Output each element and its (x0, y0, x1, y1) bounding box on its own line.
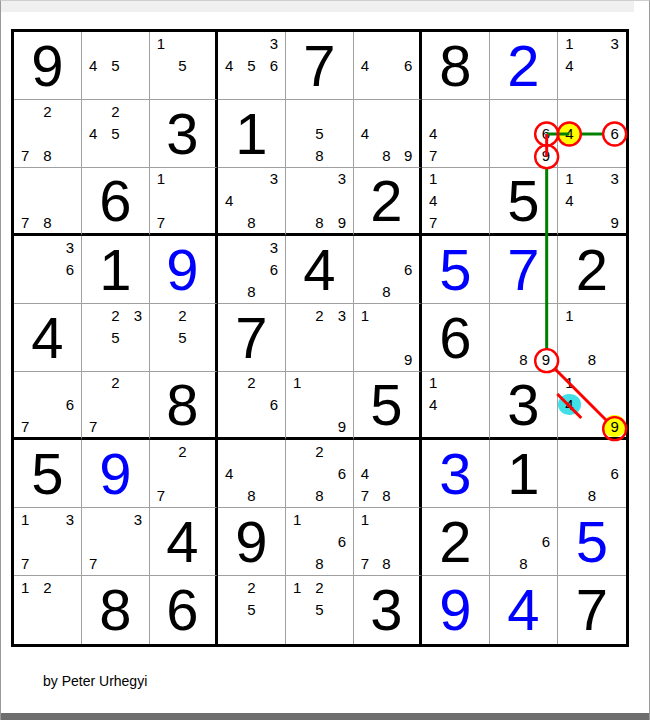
candidate-7: 7 (14, 415, 36, 437)
candidate-8: 8 (240, 281, 262, 303)
candidate-1: 1 (558, 372, 581, 394)
cell-r4c1[interactable]: 36 (14, 236, 82, 304)
candidate-4: 4 (218, 462, 240, 484)
candidate-4: 4 (82, 122, 104, 144)
cell-r8c3[interactable]: 4 (150, 508, 218, 576)
cell-value-given: 5 (370, 376, 402, 434)
candidate-5: 5 (240, 54, 262, 76)
cell-r6c2[interactable]: 27 (82, 372, 150, 440)
candidate-7: 7 (354, 485, 376, 507)
candidate-1: 1 (14, 508, 36, 530)
candidate-2: 2 (104, 304, 126, 326)
candidate-6: 6 (263, 54, 285, 76)
cell-value-solved: 5 (439, 241, 471, 299)
cell-value-given: 6 (166, 581, 198, 639)
cell-r3c3[interactable]: 17 (150, 168, 218, 236)
candidate-2: 2 (36, 100, 58, 122)
cell-r2c8[interactable]: 69 (490, 100, 558, 168)
cell-r1c3[interactable]: 15 (150, 32, 218, 100)
cell-value-given: 8 (99, 581, 131, 639)
cell-r3c2[interactable]: 6 (82, 168, 150, 236)
candidate-5: 5 (308, 599, 330, 622)
cell-value-solved: 9 (166, 241, 198, 299)
cell-r4c4[interactable]: 368 (218, 236, 286, 304)
candidate-8: 8 (512, 349, 534, 371)
candidate-8: 8 (376, 485, 398, 507)
cell-r8c4[interactable]: 9 (218, 508, 286, 576)
candidate-1: 1 (422, 168, 444, 190)
candidate-7: 7 (82, 415, 104, 437)
cell-r1c8[interactable]: 2 (490, 32, 558, 100)
cell-value-given: 1 (235, 105, 267, 163)
cell-r7c9[interactable]: 68 (558, 440, 626, 508)
candidate-1: 1 (354, 304, 376, 326)
cell-r5c7[interactable]: 6 (422, 304, 490, 372)
cell-r3c5[interactable]: 389 (286, 168, 354, 236)
candidate-3: 3 (127, 304, 149, 326)
candidate-1: 1 (150, 168, 172, 190)
cell-r4c9[interactable]: 2 (558, 236, 626, 304)
candidate-2: 2 (172, 440, 194, 462)
candidate-8: 8 (376, 145, 398, 167)
cell-value-given: 2 (370, 172, 402, 230)
cell-r2c3[interactable]: 3 (150, 100, 218, 168)
candidate-2: 2 (308, 440, 330, 462)
cell-r2c4[interactable]: 1 (218, 100, 286, 168)
candidate-5: 5 (104, 122, 126, 144)
candidate-8: 8 (36, 145, 58, 167)
cell-value-given: 5 (31, 445, 63, 503)
candidate-6: 6 (397, 258, 419, 280)
candidate-2: 2 (308, 576, 330, 599)
cell-r2c2[interactable]: 245 (82, 100, 150, 168)
candidate-4: 4 (218, 54, 240, 76)
cell-r6c7[interactable]: 14 (422, 372, 490, 440)
cell-value-solved: 4 (507, 581, 539, 639)
candidate-8: 8 (308, 485, 330, 507)
candidate-7: 7 (422, 145, 444, 167)
candidate-3: 3 (331, 168, 353, 190)
candidate-7: 7 (354, 553, 376, 575)
cell-value-given: 8 (166, 376, 198, 434)
cell-r5c1[interactable]: 4 (14, 304, 82, 372)
cell-r1c4[interactable]: 3456 (218, 32, 286, 100)
cell-r3c7[interactable]: 147 (422, 168, 490, 236)
candidate-3: 3 (127, 508, 149, 530)
cell-r7c2[interactable]: 9 (82, 440, 150, 508)
cell-value-solved: 5 (576, 513, 608, 571)
cell-r9c2[interactable]: 8 (82, 576, 150, 644)
cell-r2c7[interactable]: 47 (422, 100, 490, 168)
candidate-6: 6 (397, 54, 419, 76)
candidate-9: 9 (603, 415, 626, 437)
candidate-2: 2 (172, 304, 194, 326)
cell-r7c5[interactable]: 268 (286, 440, 354, 508)
candidate-2: 2 (104, 372, 126, 394)
candidate-7: 7 (82, 553, 104, 575)
cell-r5c4[interactable]: 7 (218, 304, 286, 372)
cell-r7c4[interactable]: 48 (218, 440, 286, 508)
cell-value-given: 6 (439, 309, 471, 367)
cell-r3c4[interactable]: 348 (218, 168, 286, 236)
cell-r8c2[interactable]: 37 (82, 508, 150, 576)
cell-value-given: 5 (507, 172, 539, 230)
candidate-9: 9 (397, 349, 419, 371)
cell-r8c8[interactable]: 68 (490, 508, 558, 576)
cell-value-given: 1 (99, 241, 131, 299)
cell-r3c1[interactable]: 78 (14, 168, 82, 236)
cell-value-given: 9 (235, 513, 267, 571)
candidate-8: 8 (308, 145, 330, 167)
candidate-4: 4 (354, 122, 376, 144)
candidate-9: 9 (535, 349, 557, 371)
cell-value-given: 3 (370, 581, 402, 639)
cell-r6c4[interactable]: 26 (218, 372, 286, 440)
cell-r1c9[interactable]: 134 (558, 32, 626, 100)
cell-value-given: 7 (303, 37, 335, 95)
cell-r7c7[interactable]: 3 (422, 440, 490, 508)
cell-value-given: 4 (166, 513, 198, 571)
candidate-7: 7 (150, 211, 172, 233)
candidate-9: 9 (331, 415, 353, 437)
candidate-1: 1 (558, 168, 581, 190)
candidate-9: 9 (603, 211, 626, 233)
candidate-2: 2 (308, 304, 330, 326)
cell-r7c1[interactable]: 5 (14, 440, 82, 508)
cell-r6c6[interactable]: 5 (354, 372, 422, 440)
candidate-4: 4 (354, 462, 376, 484)
candidate-7: 7 (14, 553, 36, 575)
candidate-3: 3 (603, 168, 626, 190)
candidate-1: 1 (286, 508, 308, 530)
cell-r1c2[interactable]: 45 (82, 32, 150, 100)
candidate-6: 6 (263, 258, 285, 280)
cell-r3c9[interactable]: 1349 (558, 168, 626, 236)
cell-value-given: 2 (439, 513, 471, 571)
cell-r4c3[interactable]: 9 (150, 236, 218, 304)
cell-value-given: 4 (303, 241, 335, 299)
cell-r9c5[interactable]: 125 (286, 576, 354, 644)
cell-r9c4[interactable]: 25 (218, 576, 286, 644)
candidate-8: 8 (581, 485, 604, 507)
window-bottom-bar (1, 713, 650, 720)
cell-r6c5[interactable]: 19 (286, 372, 354, 440)
candidate-4: 4 (422, 394, 444, 416)
cell-r2c5[interactable]: 58 (286, 100, 354, 168)
candidate-1: 1 (14, 576, 36, 599)
cell-r1c5[interactable]: 7 (286, 32, 354, 100)
cell-r6c9[interactable]: 149 (558, 372, 626, 440)
candidate-7: 7 (14, 145, 36, 167)
candidate-2: 2 (240, 372, 262, 394)
candidate-4: 4 (558, 122, 581, 144)
candidate-4: 4 (82, 54, 104, 76)
cell-r6c3[interactable]: 8 (150, 372, 218, 440)
candidate-6: 6 (535, 530, 557, 552)
cell-r9c9[interactable]: 7 (558, 576, 626, 644)
candidate-9: 9 (331, 211, 353, 233)
cell-value-given: 7 (235, 309, 267, 367)
cell-r5c6[interactable]: 19 (354, 304, 422, 372)
cell-r9c3[interactable]: 6 (150, 576, 218, 644)
cell-value-given: 8 (439, 37, 471, 95)
candidate-6: 6 (603, 462, 626, 484)
candidate-2: 2 (36, 576, 58, 599)
cell-r8c1[interactable]: 137 (14, 508, 82, 576)
candidate-8: 8 (308, 553, 330, 575)
window-top-strip (1, 1, 634, 12)
candidate-8: 8 (240, 211, 262, 233)
cell-value-solved: 7 (507, 241, 539, 299)
sudoku-grid: 9451534567468213427824531584894769467861… (11, 29, 629, 647)
cell-r7c6[interactable]: 478 (354, 440, 422, 508)
cell-value-given: 3 (166, 105, 198, 163)
cell-r5c2[interactable]: 235 (82, 304, 150, 372)
cell-r4c8[interactable]: 7 (490, 236, 558, 304)
cell-value-solved: 9 (99, 445, 131, 503)
candidate-7: 7 (150, 485, 172, 507)
cell-value-given: 6 (99, 172, 131, 230)
candidate-9: 9 (535, 145, 557, 167)
cell-value-given: 1 (507, 445, 539, 503)
cell-r5c9[interactable]: 18 (558, 304, 626, 372)
candidate-5: 5 (104, 54, 126, 76)
candidate-8: 8 (36, 211, 58, 233)
cell-value-given: 7 (576, 581, 608, 639)
candidate-6: 6 (59, 258, 81, 280)
cell-value-given: 9 (31, 37, 63, 95)
candidate-8: 8 (581, 349, 604, 371)
candidate-1: 1 (558, 304, 581, 326)
cell-r2c6[interactable]: 489 (354, 100, 422, 168)
cell-r9c7[interactable]: 9 (422, 576, 490, 644)
candidate-6: 6 (263, 394, 285, 416)
cell-value-given: 4 (31, 309, 63, 367)
cell-r9c1[interactable]: 12 (14, 576, 82, 644)
candidate-4: 4 (422, 190, 444, 212)
candidate-3: 3 (59, 508, 81, 530)
cell-r7c3[interactable]: 27 (150, 440, 218, 508)
candidate-8: 8 (376, 281, 398, 303)
candidate-1: 1 (422, 372, 444, 394)
cell-value-given: 3 (507, 376, 539, 434)
cell-r4c6[interactable]: 68 (354, 236, 422, 304)
cell-r3c6[interactable]: 2 (354, 168, 422, 236)
candidate-8: 8 (240, 485, 262, 507)
candidate-4: 4 (558, 190, 581, 212)
cell-r2c1[interactable]: 278 (14, 100, 82, 168)
candidate-3: 3 (603, 32, 626, 54)
cell-r7c8[interactable]: 1 (490, 440, 558, 508)
cell-r8c7[interactable]: 2 (422, 508, 490, 576)
candidate-7: 7 (14, 211, 36, 233)
cell-r9c8[interactable]: 4 (490, 576, 558, 644)
candidate-3: 3 (263, 236, 285, 258)
cell-r3c8[interactable]: 5 (490, 168, 558, 236)
candidate-6: 6 (59, 394, 81, 416)
candidate-1: 1 (354, 508, 376, 530)
candidate-5: 5 (104, 326, 126, 348)
candidate-4: 4 (558, 394, 581, 416)
cell-r4c5[interactable]: 4 (286, 236, 354, 304)
cell-r2c9[interactable]: 46 (558, 100, 626, 168)
candidate-6: 6 (331, 462, 353, 484)
candidate-6: 6 (603, 122, 626, 144)
cell-value-solved: 9 (439, 581, 471, 639)
candidate-9: 9 (397, 145, 419, 167)
author-credit: by Peter Urhegyi (43, 673, 147, 689)
candidate-7: 7 (422, 211, 444, 233)
cell-r8c9[interactable]: 5 (558, 508, 626, 576)
candidate-3: 3 (263, 32, 285, 54)
cell-r1c6[interactable]: 46 (354, 32, 422, 100)
candidate-2: 2 (104, 100, 126, 122)
cell-r8c5[interactable]: 168 (286, 508, 354, 576)
cell-value-given: 2 (576, 241, 608, 299)
cell-r4c2[interactable]: 1 (82, 236, 150, 304)
cell-r1c1[interactable]: 9 (14, 32, 82, 100)
candidate-4: 4 (558, 54, 581, 76)
candidate-1: 1 (286, 576, 308, 599)
sudoku-app-window: 9451534567468213427824531584894769467861… (0, 0, 650, 720)
cell-value-solved: 2 (507, 37, 539, 95)
cell-r4c7[interactable]: 5 (422, 236, 490, 304)
candidate-4: 4 (354, 54, 376, 76)
cell-r9c6[interactable]: 3 (354, 576, 422, 644)
candidate-8: 8 (512, 553, 534, 575)
candidate-1: 1 (558, 32, 581, 54)
candidate-8: 8 (308, 211, 330, 233)
candidate-8: 8 (376, 553, 398, 575)
candidate-5: 5 (172, 54, 194, 76)
candidate-3: 3 (59, 236, 81, 258)
cell-r1c7[interactable]: 8 (422, 32, 490, 100)
cell-value-solved: 3 (439, 445, 471, 503)
cell-r5c3[interactable]: 25 (150, 304, 218, 372)
cell-r5c8[interactable]: 89 (490, 304, 558, 372)
candidate-5: 5 (240, 599, 262, 622)
candidate-2: 2 (240, 576, 262, 599)
candidate-1: 1 (150, 32, 172, 54)
candidate-3: 3 (263, 168, 285, 190)
candidate-3: 3 (331, 304, 353, 326)
candidate-4: 4 (422, 122, 444, 144)
candidate-6: 6 (535, 122, 557, 144)
cell-r8c6[interactable]: 178 (354, 508, 422, 576)
cell-r5c5[interactable]: 23 (286, 304, 354, 372)
candidate-1: 1 (286, 372, 308, 394)
cell-r6c1[interactable]: 67 (14, 372, 82, 440)
candidate-5: 5 (172, 326, 194, 348)
candidate-6: 6 (331, 530, 353, 552)
candidate-5: 5 (308, 122, 330, 144)
candidate-4: 4 (218, 190, 240, 212)
cell-r6c8[interactable]: 3 (490, 372, 558, 440)
